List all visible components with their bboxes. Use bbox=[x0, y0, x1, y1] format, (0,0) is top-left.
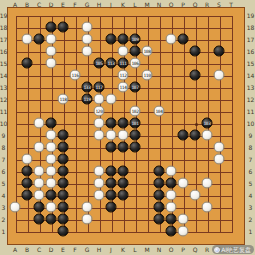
white-stone-M14[interactable]: 110 bbox=[142, 70, 153, 81]
coordinate-label-row: 18 bbox=[247, 24, 255, 31]
move-number: 116 bbox=[71, 73, 78, 78]
coordinate-label-column: C bbox=[37, 245, 41, 252]
coordinate-label-row: 6 bbox=[2, 168, 6, 175]
white-stone-H6[interactable] bbox=[94, 166, 105, 177]
coordinate-label-row: 16 bbox=[0, 48, 7, 55]
black-stone-G12[interactable]: 119 bbox=[82, 94, 93, 105]
white-stone-D16[interactable] bbox=[46, 46, 57, 57]
coordinate-label-row: 13 bbox=[247, 84, 255, 91]
coordinate-label-column: E bbox=[61, 0, 65, 7]
white-stone-K14[interactable]: 112 bbox=[118, 70, 129, 81]
black-stone-E8[interactable] bbox=[58, 142, 69, 153]
watermark: AI绝艺复盘 bbox=[212, 245, 254, 254]
black-stone-K4[interactable] bbox=[118, 190, 129, 201]
coordinate-label-column: A bbox=[13, 245, 17, 252]
black-stone-E3[interactable] bbox=[58, 202, 69, 213]
move-number: 101 bbox=[131, 121, 138, 126]
black-stone-C2[interactable] bbox=[34, 214, 45, 225]
black-stone-B4[interactable] bbox=[22, 190, 33, 201]
black-stone-K5[interactable] bbox=[118, 178, 129, 189]
white-stone-O17[interactable] bbox=[166, 34, 177, 45]
black-stone-N3[interactable] bbox=[154, 202, 165, 213]
black-stone-B6[interactable] bbox=[22, 166, 33, 177]
black-stone-J8[interactable] bbox=[106, 142, 117, 153]
black-stone-H15[interactable]: 105 bbox=[94, 58, 105, 69]
move-number: 103 bbox=[203, 121, 210, 126]
white-stone-H5[interactable] bbox=[94, 178, 105, 189]
coordinate-label-column: J bbox=[110, 0, 112, 7]
black-stone-N4[interactable] bbox=[154, 190, 165, 201]
black-stone-L8[interactable] bbox=[130, 142, 141, 153]
coordinate-label-column: J bbox=[110, 245, 112, 252]
white-stone-D15[interactable] bbox=[46, 58, 57, 69]
coordinate-label-row: 1 bbox=[249, 228, 253, 235]
grid-line-vertical bbox=[172, 16, 173, 233]
white-stone-N11[interactable]: 104 bbox=[154, 106, 165, 117]
black-stone-K8[interactable] bbox=[118, 142, 129, 153]
coordinate-label-column: F bbox=[73, 0, 76, 7]
coordinate-label-column: N bbox=[157, 245, 162, 252]
coordinate-label-column: S bbox=[217, 0, 221, 7]
coordinate-label-column: K bbox=[121, 0, 125, 7]
coordinate-label-row: 10 bbox=[247, 120, 255, 127]
coordinate-label-column: B bbox=[25, 0, 29, 7]
move-number: 120 bbox=[95, 109, 102, 114]
watermark-logo-icon bbox=[214, 247, 220, 253]
move-number: 102 bbox=[131, 109, 138, 114]
white-stone-B7[interactable] bbox=[22, 154, 33, 165]
white-stone-D9[interactable] bbox=[46, 130, 57, 141]
black-stone-N5[interactable] bbox=[154, 178, 165, 189]
white-stone-R9[interactable] bbox=[202, 130, 213, 141]
white-stone-D6[interactable] bbox=[46, 166, 57, 177]
coordinate-label-column: D bbox=[49, 245, 54, 252]
coordinate-label-column: H bbox=[97, 245, 102, 252]
black-stone-O5[interactable] bbox=[166, 178, 177, 189]
black-stone-K17[interactable] bbox=[118, 34, 129, 45]
black-stone-O1[interactable] bbox=[166, 226, 177, 237]
white-stone-L11[interactable]: 102 bbox=[130, 106, 141, 117]
move-number: 104 bbox=[155, 109, 162, 114]
white-stone-G18[interactable] bbox=[82, 22, 93, 33]
coordinate-label-column: P bbox=[181, 245, 185, 252]
black-stone-B15[interactable] bbox=[22, 58, 33, 69]
coordinate-label-column: T bbox=[229, 0, 233, 7]
black-stone-J15[interactable]: 113 bbox=[106, 58, 117, 69]
coordinate-label-column: N bbox=[157, 0, 162, 7]
coordinate-label-column: O bbox=[169, 245, 174, 252]
black-stone-E9[interactable] bbox=[58, 130, 69, 141]
black-stone-D2[interactable] bbox=[46, 214, 57, 225]
black-stone-J3[interactable] bbox=[106, 202, 117, 213]
white-stone-K16[interactable] bbox=[118, 46, 129, 57]
move-number: 117 bbox=[95, 85, 102, 90]
go-board-screenshot: AABBCCDDEEFFGGHHJJKKLLMMNNOOPPQQRRSSTT19… bbox=[0, 0, 255, 255]
white-stone-G2[interactable] bbox=[82, 214, 93, 225]
white-stone-P5[interactable] bbox=[178, 178, 189, 189]
coordinate-label-row: 16 bbox=[247, 48, 255, 55]
black-stone-N6[interactable] bbox=[154, 166, 165, 177]
white-stone-G17[interactable] bbox=[82, 34, 93, 45]
white-stone-O6[interactable] bbox=[166, 166, 177, 177]
black-stone-J5[interactable] bbox=[106, 178, 117, 189]
move-number: 107 bbox=[131, 85, 138, 90]
coordinate-label-column: R bbox=[205, 245, 209, 252]
coordinate-label-row: 10 bbox=[0, 120, 7, 127]
coordinate-label-row: 7 bbox=[2, 156, 6, 163]
white-stone-P1[interactable] bbox=[178, 226, 189, 237]
black-stone-L17[interactable]: 109 bbox=[130, 34, 141, 45]
white-stone-C10[interactable] bbox=[34, 118, 45, 129]
coordinate-label-column: C bbox=[37, 0, 41, 7]
coordinate-label-row: 12 bbox=[0, 96, 7, 103]
coordinate-label-row: 17 bbox=[247, 36, 255, 43]
black-stone-J10[interactable] bbox=[106, 118, 117, 129]
white-stone-C8[interactable] bbox=[34, 142, 45, 153]
white-stone-R3[interactable] bbox=[202, 202, 213, 213]
white-stone-O4[interactable] bbox=[166, 190, 177, 201]
coordinate-label-column: Q bbox=[193, 0, 198, 7]
coordinate-label-row: 14 bbox=[247, 72, 255, 79]
coordinate-label-column: O bbox=[169, 0, 174, 7]
coordinate-label-column: P bbox=[181, 0, 185, 7]
coordinate-label-row: 15 bbox=[0, 60, 7, 67]
black-stone-E4[interactable] bbox=[58, 190, 69, 201]
black-stone-E1[interactable] bbox=[58, 226, 69, 237]
white-stone-C6[interactable] bbox=[34, 166, 45, 177]
coordinate-label-column: D bbox=[49, 0, 54, 7]
black-stone-K15[interactable]: 111 bbox=[118, 58, 129, 69]
black-stone-P9[interactable] bbox=[178, 130, 189, 141]
hoshi-point bbox=[195, 123, 198, 126]
coordinate-label-row: 15 bbox=[247, 60, 255, 67]
coordinate-label-row: 8 bbox=[249, 144, 253, 151]
black-stone-G13[interactable]: 133 bbox=[82, 82, 93, 93]
coordinate-label-column: A bbox=[13, 0, 17, 7]
move-number: 108 bbox=[143, 49, 150, 54]
coordinate-label-column: H bbox=[97, 0, 102, 7]
black-stone-H13[interactable]: 117 bbox=[94, 82, 105, 93]
black-stone-L10[interactable]: 101 bbox=[130, 118, 141, 129]
move-number: 106 bbox=[131, 61, 138, 66]
coordinate-label-column: M bbox=[144, 0, 149, 7]
coordinate-label-column: E bbox=[61, 245, 65, 252]
coordinate-label-row: 2 bbox=[249, 216, 253, 223]
move-number: 109 bbox=[131, 37, 138, 42]
coordinate-label-row: 3 bbox=[2, 204, 6, 211]
coordinate-label-column: Q bbox=[193, 245, 198, 252]
black-stone-L16[interactable] bbox=[130, 46, 141, 57]
black-stone-J6[interactable] bbox=[106, 166, 117, 177]
coordinate-label-column: F bbox=[73, 245, 76, 252]
white-stone-D5[interactable] bbox=[46, 178, 57, 189]
white-stone-G3[interactable] bbox=[82, 202, 93, 213]
grid-line-vertical bbox=[184, 16, 185, 233]
coordinate-label-row: 5 bbox=[2, 180, 6, 187]
white-stone-Q4[interactable] bbox=[190, 190, 201, 201]
black-stone-K6[interactable] bbox=[118, 166, 129, 177]
black-stone-C3[interactable] bbox=[34, 202, 45, 213]
white-stone-M16[interactable]: 108 bbox=[142, 46, 153, 57]
grid-line-vertical bbox=[232, 16, 233, 233]
white-stone-D3[interactable] bbox=[46, 202, 57, 213]
white-stone-C4[interactable] bbox=[34, 190, 45, 201]
coordinate-label-column: L bbox=[133, 0, 136, 7]
white-stone-S14[interactable] bbox=[214, 70, 225, 81]
move-number: 133 bbox=[83, 85, 90, 90]
white-stone-S8[interactable] bbox=[214, 142, 225, 153]
white-stone-K13[interactable]: 114 bbox=[118, 82, 129, 93]
black-stone-B5[interactable] bbox=[22, 178, 33, 189]
white-stone-G16[interactable] bbox=[82, 46, 93, 57]
black-stone-E7[interactable] bbox=[58, 154, 69, 165]
white-stone-H10[interactable] bbox=[94, 118, 105, 129]
black-stone-D10[interactable] bbox=[46, 118, 57, 129]
black-stone-D4[interactable] bbox=[46, 190, 57, 201]
white-stone-D8[interactable] bbox=[46, 142, 57, 153]
black-stone-Q16[interactable] bbox=[190, 46, 201, 57]
black-stone-E2[interactable] bbox=[58, 214, 69, 225]
move-number: 118 bbox=[59, 97, 66, 102]
white-stone-H12[interactable] bbox=[94, 94, 105, 105]
white-stone-O3[interactable] bbox=[166, 202, 177, 213]
white-stone-R5[interactable] bbox=[202, 178, 213, 189]
coordinate-label-column: M bbox=[144, 245, 149, 252]
coordinate-label-column: G bbox=[85, 0, 90, 7]
black-stone-S16[interactable] bbox=[214, 46, 225, 57]
coordinate-label-row: 14 bbox=[0, 72, 7, 79]
move-number: 119 bbox=[83, 97, 90, 102]
white-stone-E12[interactable]: 118 bbox=[58, 94, 69, 105]
coordinate-label-row: 9 bbox=[249, 132, 253, 139]
white-stone-F14[interactable]: 116 bbox=[70, 70, 81, 81]
grid-line-vertical bbox=[160, 16, 161, 233]
coordinate-label-row: 19 bbox=[247, 12, 255, 19]
coordinate-label-row: 8 bbox=[2, 144, 6, 151]
coordinate-label-row: 13 bbox=[0, 84, 7, 91]
coordinate-label-row: 5 bbox=[249, 180, 253, 187]
coordinate-label-row: 18 bbox=[0, 24, 7, 31]
black-stone-Q9[interactable] bbox=[190, 130, 201, 141]
white-stone-H9[interactable] bbox=[94, 130, 105, 141]
black-stone-L9[interactable] bbox=[130, 130, 141, 141]
coordinate-label-row: 11 bbox=[247, 108, 255, 115]
move-number: 114 bbox=[119, 85, 126, 90]
watermark-text: AI绝艺复盘 bbox=[221, 246, 251, 253]
coordinate-label-row: 19 bbox=[0, 12, 7, 19]
move-number: 105 bbox=[95, 61, 102, 66]
white-stone-B17[interactable] bbox=[22, 34, 33, 45]
coordinate-label-column: B bbox=[25, 245, 29, 252]
white-stone-J12[interactable] bbox=[106, 94, 117, 105]
coordinate-label-row: 9 bbox=[2, 132, 6, 139]
black-stone-C17[interactable] bbox=[34, 34, 45, 45]
black-stone-N2[interactable] bbox=[154, 214, 165, 225]
white-stone-P2[interactable] bbox=[178, 214, 189, 225]
white-stone-J9[interactable] bbox=[106, 130, 117, 141]
coordinate-label-column: R bbox=[205, 0, 209, 7]
move-number: 113 bbox=[107, 61, 114, 66]
black-stone-P17[interactable] bbox=[178, 34, 189, 45]
coordinate-label-row: 1 bbox=[2, 228, 6, 235]
coordinate-label-row: 6 bbox=[249, 168, 253, 175]
black-stone-J17[interactable] bbox=[106, 34, 117, 45]
coordinate-label-row: 11 bbox=[0, 108, 7, 115]
coordinate-label-row: 4 bbox=[249, 192, 253, 199]
black-stone-L13[interactable]: 107 bbox=[130, 82, 141, 93]
black-stone-E5[interactable] bbox=[58, 178, 69, 189]
black-stone-D18[interactable] bbox=[46, 22, 57, 33]
white-stone-H4[interactable] bbox=[94, 190, 105, 201]
coordinate-label-row: 4 bbox=[2, 192, 6, 199]
white-stone-H11[interactable]: 120 bbox=[94, 106, 105, 117]
coordinate-label-row: 2 bbox=[2, 216, 6, 223]
coordinate-label-column: G bbox=[85, 245, 90, 252]
coordinate-label-row: 3 bbox=[249, 204, 253, 211]
move-number: 112 bbox=[119, 73, 126, 78]
black-stone-J4[interactable] bbox=[106, 190, 117, 201]
white-stone-K9[interactable] bbox=[118, 130, 129, 141]
coordinate-label-row: 17 bbox=[0, 36, 7, 43]
black-stone-Q14[interactable] bbox=[190, 70, 201, 81]
coordinate-label-column: K bbox=[121, 245, 125, 252]
black-stone-E18[interactable] bbox=[58, 22, 69, 33]
white-stone-D17[interactable] bbox=[46, 34, 57, 45]
white-stone-S7[interactable] bbox=[214, 154, 225, 165]
black-stone-K10[interactable] bbox=[118, 118, 129, 129]
white-stone-C5[interactable] bbox=[34, 178, 45, 189]
grid-line-horizontal bbox=[16, 232, 233, 233]
coordinate-label-row: 12 bbox=[247, 96, 255, 103]
black-stone-E6[interactable] bbox=[58, 166, 69, 177]
coordinate-label-column: L bbox=[133, 245, 136, 252]
black-stone-O2[interactable] bbox=[166, 214, 177, 225]
black-stone-R10[interactable]: 103 bbox=[202, 118, 213, 129]
coordinate-label-row: 7 bbox=[249, 156, 253, 163]
white-stone-L15[interactable]: 106 bbox=[130, 58, 141, 69]
move-number: 111 bbox=[119, 61, 126, 66]
move-number: 110 bbox=[143, 73, 150, 78]
white-stone-A3[interactable] bbox=[10, 202, 21, 213]
white-stone-D7[interactable] bbox=[46, 154, 57, 165]
